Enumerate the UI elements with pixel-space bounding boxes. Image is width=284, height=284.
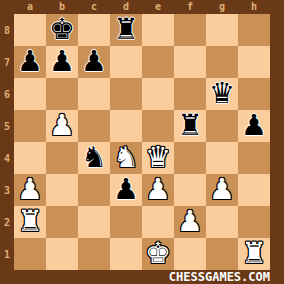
piece-white-pawn[interactable]: ♟ (177, 207, 203, 236)
piece-black-rook[interactable]: ♜ (113, 15, 139, 44)
rank-label-5: 5 (0, 110, 14, 142)
square-f7[interactable] (174, 46, 206, 78)
square-g8[interactable] (206, 14, 238, 46)
piece-black-king[interactable]: ♚ (49, 15, 75, 44)
square-f4[interactable] (174, 142, 206, 174)
square-d6[interactable] (110, 78, 142, 110)
rank-label-3: 3 (0, 174, 14, 206)
square-h3[interactable] (238, 174, 270, 206)
file-label-e: e (142, 0, 174, 14)
piece-white-knight[interactable]: ♞ (113, 143, 139, 172)
square-f8[interactable] (174, 14, 206, 46)
square-d1[interactable] (110, 238, 142, 270)
piece-black-pawn[interactable]: ♟ (113, 175, 139, 204)
square-e7[interactable] (142, 46, 174, 78)
square-f6[interactable] (174, 78, 206, 110)
piece-white-rook[interactable]: ♜ (17, 207, 43, 236)
square-d7[interactable] (110, 46, 142, 78)
file-label-c: c (78, 0, 110, 14)
piece-black-pawn[interactable]: ♟ (17, 47, 43, 76)
square-c2[interactable] (78, 206, 110, 238)
rank-label-7: 7 (0, 46, 14, 78)
square-b6[interactable] (46, 78, 78, 110)
square-c4[interactable]: ♞ (78, 142, 110, 174)
square-a1[interactable] (14, 238, 46, 270)
file-label-f: f (174, 0, 206, 14)
rank-label-6: 6 (0, 78, 14, 110)
square-c8[interactable] (78, 14, 110, 46)
square-e4[interactable]: ♛ (142, 142, 174, 174)
square-b7[interactable]: ♟ (46, 46, 78, 78)
file-label-g: g (206, 0, 238, 14)
square-g4[interactable] (206, 142, 238, 174)
square-d2[interactable] (110, 206, 142, 238)
rank-label-1: 1 (0, 238, 14, 270)
square-b8[interactable]: ♚ (46, 14, 78, 46)
square-h4[interactable] (238, 142, 270, 174)
piece-white-pawn[interactable]: ♟ (49, 111, 75, 140)
square-g7[interactable] (206, 46, 238, 78)
square-h1[interactable]: ♜ (238, 238, 270, 270)
piece-white-pawn[interactable]: ♟ (17, 175, 43, 204)
piece-black-knight[interactable]: ♞ (81, 143, 107, 172)
chess-board: ♚♜♟♟♟♛♟♜♟♞♞♛♟♟♟♟♜♟♚♜ (14, 14, 270, 270)
piece-white-queen[interactable]: ♛ (145, 143, 171, 172)
square-b2[interactable] (46, 206, 78, 238)
square-e6[interactable] (142, 78, 174, 110)
square-a5[interactable] (14, 110, 46, 142)
square-g2[interactable] (206, 206, 238, 238)
piece-white-king[interactable]: ♚ (145, 239, 171, 268)
chess-diagram: abcdefgh 87654321 ♚♜♟♟♟♛♟♜♟♞♞♛♟♟♟♟♜♟♚♜ C… (0, 0, 284, 284)
square-b1[interactable] (46, 238, 78, 270)
file-label-a: a (14, 0, 46, 14)
piece-black-pawn[interactable]: ♟ (241, 111, 267, 140)
square-f2[interactable]: ♟ (174, 206, 206, 238)
square-e1[interactable]: ♚ (142, 238, 174, 270)
square-f5[interactable]: ♜ (174, 110, 206, 142)
rank-labels: 87654321 (0, 14, 14, 270)
square-h2[interactable] (238, 206, 270, 238)
square-e3[interactable]: ♟ (142, 174, 174, 206)
square-d5[interactable] (110, 110, 142, 142)
square-h7[interactable] (238, 46, 270, 78)
file-label-h: h (238, 0, 270, 14)
piece-black-queen[interactable]: ♛ (209, 79, 235, 108)
piece-black-pawn[interactable]: ♟ (49, 47, 75, 76)
square-a4[interactable] (14, 142, 46, 174)
square-a7[interactable]: ♟ (14, 46, 46, 78)
square-d4[interactable]: ♞ (110, 142, 142, 174)
square-a3[interactable]: ♟ (14, 174, 46, 206)
rank-label-2: 2 (0, 206, 14, 238)
square-c7[interactable]: ♟ (78, 46, 110, 78)
branding-label: CHESSGAMES.COM (169, 270, 270, 284)
square-a6[interactable] (14, 78, 46, 110)
square-a8[interactable] (14, 14, 46, 46)
square-f1[interactable] (174, 238, 206, 270)
square-f3[interactable] (174, 174, 206, 206)
square-d3[interactable]: ♟ (110, 174, 142, 206)
piece-black-pawn[interactable]: ♟ (81, 47, 107, 76)
square-g5[interactable] (206, 110, 238, 142)
square-e2[interactable] (142, 206, 174, 238)
square-c3[interactable] (78, 174, 110, 206)
square-h6[interactable] (238, 78, 270, 110)
square-b3[interactable] (46, 174, 78, 206)
piece-black-rook[interactable]: ♜ (177, 111, 203, 140)
piece-white-pawn[interactable]: ♟ (209, 175, 235, 204)
square-g3[interactable]: ♟ (206, 174, 238, 206)
square-g1[interactable] (206, 238, 238, 270)
square-g6[interactable]: ♛ (206, 78, 238, 110)
square-c1[interactable] (78, 238, 110, 270)
square-h8[interactable] (238, 14, 270, 46)
square-c5[interactable] (78, 110, 110, 142)
square-h5[interactable]: ♟ (238, 110, 270, 142)
square-e8[interactable] (142, 14, 174, 46)
rank-label-4: 4 (0, 142, 14, 174)
square-e5[interactable] (142, 110, 174, 142)
piece-white-rook[interactable]: ♜ (241, 239, 267, 268)
rank-label-8: 8 (0, 14, 14, 46)
square-b5[interactable]: ♟ (46, 110, 78, 142)
square-b4[interactable] (46, 142, 78, 174)
square-c6[interactable] (78, 78, 110, 110)
square-d8[interactable]: ♜ (110, 14, 142, 46)
square-a2[interactable]: ♜ (14, 206, 46, 238)
piece-white-pawn[interactable]: ♟ (145, 175, 171, 204)
